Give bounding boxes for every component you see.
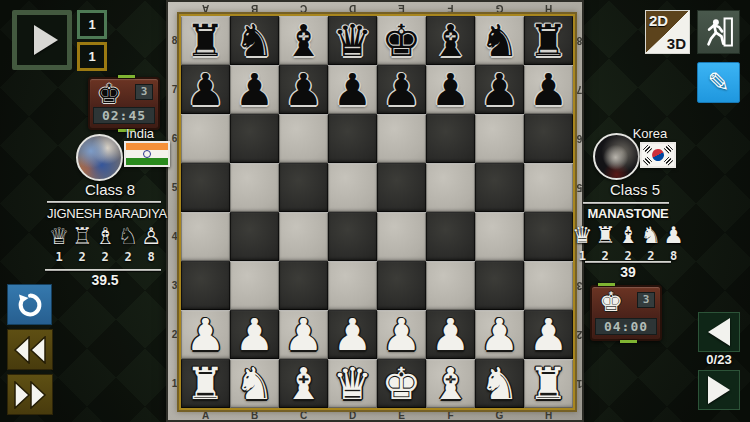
rewind-icon [13, 336, 47, 364]
runner-exit-icon [704, 16, 734, 48]
square-e2[interactable]: ♟ [377, 310, 426, 359]
square-d8[interactable]: ♛ [328, 16, 377, 65]
rotate-icon [15, 290, 45, 320]
file-label-h: H [524, 2, 573, 15]
trigram-icon [664, 156, 673, 165]
rank-label-2: 2 [168, 310, 181, 359]
trigram-icon [643, 156, 652, 165]
square-e3[interactable] [377, 261, 426, 310]
square-e6[interactable] [377, 114, 426, 163]
square-b5[interactable] [230, 163, 279, 212]
piece-black-knight: ♞ [235, 16, 274, 65]
piece-black-pawn: ♟ [480, 65, 519, 114]
white-player-name: JIGNESH BARADIYA [38, 206, 176, 221]
square-g7[interactable]: ♟ [475, 65, 524, 114]
square-h4[interactable] [524, 212, 573, 261]
square-d5[interactable] [328, 163, 377, 212]
black-material-row: ♛1♜2♝2♞2♟8 [571, 223, 685, 263]
queen-icon: ♕ [48, 224, 71, 249]
square-c8[interactable]: ♝ [279, 16, 328, 65]
square-a6[interactable] [181, 114, 230, 163]
next-move-button[interactable] [698, 370, 740, 410]
piece-black-pawn: ♟ [235, 65, 274, 114]
file-label-d: D [328, 2, 377, 15]
play-button[interactable] [12, 10, 72, 70]
file-label-a: A [181, 409, 230, 422]
file-labels-top: ABCDEFGH [181, 2, 573, 15]
rank-label-6: 6 [573, 114, 586, 163]
move-counter: 0/23 [698, 352, 740, 367]
square-b2[interactable]: ♟ [230, 310, 279, 359]
square-f8[interactable]: ♝ [426, 16, 475, 65]
bishop-icon: ♝ [617, 223, 640, 248]
white-player-class: Class 8 [50, 181, 170, 198]
square-g2[interactable]: ♟ [475, 310, 524, 359]
material-queen: ♛1 [571, 223, 594, 263]
piece-black-rook: ♜ [186, 16, 225, 65]
square-b6[interactable] [230, 114, 279, 163]
piece-black-pawn: ♟ [186, 65, 225, 114]
square-f6[interactable] [426, 114, 475, 163]
piece-black-king: ♚ [382, 16, 421, 65]
ashoka-chakra-icon [143, 150, 151, 158]
piece-white-pawn: ♟ [480, 310, 519, 359]
material-bishop: ♗2 [94, 224, 117, 264]
square-a5[interactable] [181, 163, 230, 212]
square-b8[interactable]: ♞ [230, 16, 279, 65]
square-d1[interactable]: ♛ [328, 359, 377, 408]
queen-icon: ♛ [571, 223, 594, 248]
square-g3[interactable] [475, 261, 524, 310]
rank-label-1: 1 [168, 359, 181, 408]
rook-count: 2 [71, 250, 94, 264]
square-f1[interactable]: ♝ [426, 359, 475, 408]
square-f5[interactable] [426, 163, 475, 212]
square-h7[interactable]: ♟ [524, 65, 573, 114]
korea-flag-icon [640, 142, 676, 168]
file-label-g: G [475, 409, 524, 422]
square-a1[interactable]: ♜ [181, 359, 230, 408]
square-e4[interactable] [377, 212, 426, 261]
piece-white-knight: ♞ [235, 359, 274, 408]
piece-black-rook: ♜ [529, 16, 568, 65]
file-label-d: D [328, 409, 377, 422]
file-label-b: B [230, 409, 279, 422]
material-queen: ♕1 [48, 224, 71, 264]
piece-white-king: ♚ [382, 359, 421, 408]
material-pawn: ♙8 [140, 224, 163, 264]
piece-black-pawn: ♟ [333, 65, 372, 114]
square-g1[interactable]: ♞ [475, 359, 524, 408]
file-label-e: E [377, 2, 426, 15]
square-c1[interactable]: ♝ [279, 359, 328, 408]
rewind-button[interactable] [7, 329, 53, 370]
2d-label: 2D [649, 12, 668, 29]
rank-label-7: 7 [168, 65, 181, 114]
piece-white-rook: ♜ [186, 359, 225, 408]
square-a8[interactable]: ♜ [181, 16, 230, 65]
black-clock-time: 04:00 [595, 318, 657, 335]
square-c4[interactable] [279, 212, 328, 261]
square-h6[interactable] [524, 114, 573, 163]
square-c3[interactable] [279, 261, 328, 310]
file-label-h: H [524, 409, 573, 422]
square-c5[interactable] [279, 163, 328, 212]
white-player-clock: ♚ 3 02:45 [88, 77, 160, 130]
file-labels-bottom: ABCDEFGH [181, 409, 573, 422]
material-pawn: ♟8 [662, 223, 685, 263]
piece-white-bishop: ♝ [431, 359, 470, 408]
piece-black-pawn: ♟ [529, 65, 568, 114]
square-e5[interactable] [377, 163, 426, 212]
square-g8[interactable]: ♞ [475, 16, 524, 65]
pawn-icon: ♟ [662, 223, 685, 248]
rank-label-2: 2 [573, 310, 586, 359]
turn-indicator-bottom [620, 340, 637, 343]
material-bishop: ♝2 [617, 223, 640, 263]
knight-count: 2 [117, 250, 140, 264]
square-c6[interactable] [279, 114, 328, 163]
square-f7[interactable]: ♟ [426, 65, 475, 114]
rank-label-1: 1 [573, 359, 586, 408]
chess-board: ABCDEFGH ABCDEFGH 87654321 87654321 ♜♞♝♛… [166, 0, 584, 422]
india-flag-icon [124, 141, 170, 167]
piece-black-pawn: ♟ [284, 65, 323, 114]
piece-black-pawn: ♟ [431, 65, 470, 114]
divider [47, 201, 161, 203]
square-e8[interactable]: ♚ [377, 16, 426, 65]
square-h3[interactable] [524, 261, 573, 310]
black-player-avatar[interactable] [593, 133, 640, 180]
square-d3[interactable] [328, 261, 377, 310]
flip-board-button[interactable] [7, 284, 52, 325]
white-player-avatar[interactable] [76, 134, 123, 181]
file-label-a: A [181, 2, 230, 15]
square-b1[interactable]: ♞ [230, 359, 279, 408]
square-h8[interactable]: ♜ [524, 16, 573, 65]
piece-white-pawn: ♟ [333, 310, 372, 359]
square-b7[interactable]: ♟ [230, 65, 279, 114]
white-king-icon: ♚ [599, 287, 623, 317]
square-d4[interactable] [328, 212, 377, 261]
piece-white-pawn: ♟ [186, 310, 225, 359]
divider [45, 269, 161, 271]
left-arrow-icon [708, 318, 730, 346]
chess-app-screen: ABCDEFGH ABCDEFGH 87654321 87654321 ♜♞♝♛… [0, 0, 750, 422]
board-squares: ♜♞♝♛♚♝♞♜♟♟♟♟♟♟♟♟♟♟♟♟♟♟♟♟♜♞♝♛♚♝♞♜ [181, 16, 573, 408]
square-a4[interactable] [181, 212, 230, 261]
square-d7[interactable]: ♟ [328, 65, 377, 114]
square-h1[interactable]: ♜ [524, 359, 573, 408]
piece-black-bishop: ♝ [284, 16, 323, 65]
bishop-count: 2 [94, 250, 117, 264]
file-label-f: F [426, 2, 475, 15]
piece-black-knight: ♞ [480, 16, 519, 65]
bishop-icon: ♗ [94, 224, 117, 249]
piece-white-pawn: ♟ [431, 310, 470, 359]
view-2d-3d-toggle[interactable]: 2D 3D [645, 10, 690, 54]
square-g4[interactable] [475, 212, 524, 261]
rank-label-8: 8 [168, 16, 181, 65]
rank-label-7: 7 [573, 65, 586, 114]
square-h5[interactable] [524, 163, 573, 212]
white-material-row: ♕1♖2♗2♘2♙8 [47, 224, 163, 264]
counter-gold-badge[interactable]: 1 [77, 42, 107, 71]
square-e7[interactable]: ♟ [377, 65, 426, 114]
rank-label-8: 8 [573, 16, 586, 65]
square-f2[interactable]: ♟ [426, 310, 475, 359]
square-a7[interactable]: ♟ [181, 65, 230, 114]
black-player-name: MANASTONE [578, 206, 678, 221]
square-f3[interactable] [426, 261, 475, 310]
edit-button[interactable]: ✎ [697, 62, 740, 103]
piece-white-pawn: ♟ [284, 310, 323, 359]
pencil-icon: ✎ [707, 67, 730, 98]
square-e1[interactable]: ♚ [377, 359, 426, 408]
file-label-f: F [426, 409, 475, 422]
knight-icon: ♘ [117, 224, 140, 249]
square-g6[interactable] [475, 114, 524, 163]
rank-label-3: 3 [168, 261, 181, 310]
fast-forward-button[interactable] [7, 374, 53, 415]
square-b4[interactable] [230, 212, 279, 261]
trigram-icon [664, 144, 673, 153]
pawn-icon: ♙ [140, 224, 163, 249]
piece-black-queen: ♛ [333, 16, 372, 65]
square-h2[interactable]: ♟ [524, 310, 573, 359]
square-d2[interactable]: ♟ [328, 310, 377, 359]
trigram-icon [643, 144, 652, 153]
black-player-clock: ♚ 3 04:00 [590, 285, 662, 341]
rook-icon: ♖ [71, 224, 94, 249]
piece-white-rook: ♜ [529, 359, 568, 408]
right-arrow-icon [708, 376, 730, 404]
piece-white-knight: ♞ [480, 359, 519, 408]
file-label-c: C [279, 409, 328, 422]
white-clock-time: 02:45 [93, 107, 155, 124]
clock-badge: 3 [135, 84, 153, 100]
3d-label: 3D [667, 35, 686, 52]
rook-icon: ♜ [594, 223, 617, 248]
square-c7[interactable]: ♟ [279, 65, 328, 114]
piece-black-bishop: ♝ [431, 16, 470, 65]
material-knight: ♘2 [117, 224, 140, 264]
piece-white-pawn: ♟ [382, 310, 421, 359]
pawn-count: 8 [140, 250, 163, 264]
white-material-score: 39.5 [50, 272, 160, 288]
clock-badge: 3 [637, 292, 655, 308]
black-king-icon: ♚ [97, 79, 121, 109]
material-rook: ♜2 [594, 223, 617, 263]
file-label-c: C [279, 2, 328, 15]
piece-white-bishop: ♝ [284, 359, 323, 408]
square-f4[interactable] [426, 212, 475, 261]
square-c2[interactable]: ♟ [279, 310, 328, 359]
file-label-e: E [377, 409, 426, 422]
square-a3[interactable] [181, 261, 230, 310]
divider [583, 202, 669, 204]
exit-game-button[interactable] [697, 10, 740, 54]
material-rook: ♖2 [71, 224, 94, 264]
white-country-label: India [110, 126, 170, 141]
black-material-score: 39 [578, 264, 678, 280]
square-a2[interactable]: ♟ [181, 310, 230, 359]
material-knight: ♞2 [639, 223, 662, 263]
piece-black-pawn: ♟ [382, 65, 421, 114]
square-d6[interactable] [328, 114, 377, 163]
knight-icon: ♞ [639, 223, 662, 248]
square-b3[interactable] [230, 261, 279, 310]
piece-white-queen: ♛ [333, 359, 372, 408]
divider [585, 261, 671, 263]
fast-forward-icon [13, 381, 47, 409]
counter-green-badge[interactable]: 1 [77, 10, 107, 39]
black-player-class: Class 5 [585, 181, 685, 198]
piece-white-pawn: ♟ [235, 310, 274, 359]
play-icon [34, 25, 58, 55]
piece-white-pawn: ♟ [529, 310, 568, 359]
queen-count: 1 [48, 250, 71, 264]
file-label-g: G [475, 2, 524, 15]
previous-move-button[interactable] [698, 312, 740, 352]
square-g5[interactable] [475, 163, 524, 212]
file-label-b: B [230, 2, 279, 15]
